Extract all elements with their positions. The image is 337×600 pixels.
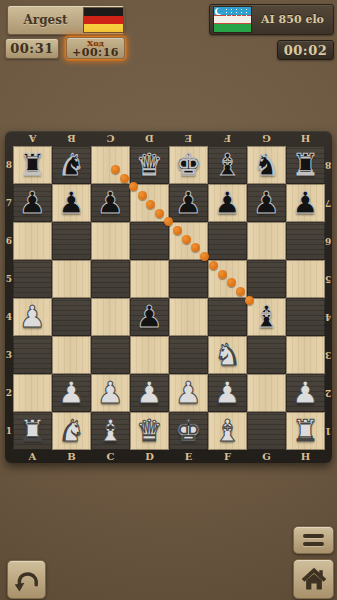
- chess-app-screen: Argest AI 850 elo 00:31 Ход +00:16 00:02…: [0, 0, 337, 600]
- square-d2[interactable]: ♟: [130, 374, 169, 412]
- black-pawn: ♟: [97, 188, 124, 218]
- black-bishop: ♝: [214, 150, 241, 180]
- square-b1[interactable]: ♞: [52, 412, 91, 450]
- square-g3[interactable]: [247, 336, 286, 374]
- square-c7[interactable]: ♟: [91, 184, 130, 222]
- square-e8[interactable]: ♚: [169, 146, 208, 184]
- black-king: ♚: [175, 150, 202, 180]
- uzbekistan-flag-icon: [213, 6, 252, 33]
- square-f8[interactable]: ♝: [208, 146, 247, 184]
- menu-button[interactable]: [293, 526, 334, 554]
- trail-dot: [111, 165, 120, 174]
- rank-labels-left: 87654321: [5, 146, 13, 450]
- square-c1[interactable]: ♝: [91, 412, 130, 450]
- white-king: ♚: [175, 416, 202, 446]
- square-e1[interactable]: ♚: [169, 412, 208, 450]
- square-a5[interactable]: [13, 260, 52, 298]
- square-e5[interactable]: [169, 260, 208, 298]
- square-h8[interactable]: ♜: [286, 146, 325, 184]
- square-b7[interactable]: ♟: [52, 184, 91, 222]
- square-b8[interactable]: ♞: [52, 146, 91, 184]
- black-pawn: ♟: [136, 302, 163, 332]
- black-knight: ♞: [58, 150, 85, 180]
- square-h7[interactable]: ♟: [286, 184, 325, 222]
- black-pawn: ♟: [19, 188, 46, 218]
- square-f1[interactable]: ♝: [208, 412, 247, 450]
- square-e2[interactable]: ♟: [169, 374, 208, 412]
- square-d3[interactable]: [130, 336, 169, 374]
- trail-dot: [218, 270, 227, 279]
- square-h5[interactable]: [286, 260, 325, 298]
- file-labels-top: ABCDEFGH: [13, 131, 325, 146]
- black-rook: ♜: [19, 150, 46, 180]
- white-bishop: ♝: [97, 416, 124, 446]
- black-queen: ♛: [136, 150, 163, 180]
- square-a6[interactable]: [13, 222, 52, 260]
- trail-dot: [209, 261, 218, 270]
- trail-dot: [236, 287, 245, 296]
- move-badge-value: +00:16: [72, 47, 119, 58]
- black-pawn: ♟: [253, 188, 280, 218]
- file-labels-bottom: ABCDEFGH: [13, 450, 325, 463]
- trail-dot: [120, 174, 129, 183]
- square-d8[interactable]: ♛: [130, 146, 169, 184]
- white-rook: ♜: [19, 416, 46, 446]
- black-rook: ♜: [292, 150, 319, 180]
- square-f7[interactable]: ♟: [208, 184, 247, 222]
- black-pawn: ♟: [214, 188, 241, 218]
- white-pawn: ♟: [292, 378, 319, 408]
- black-bishop: ♝: [253, 302, 280, 332]
- player-card-black: AI 850 elo: [209, 4, 334, 35]
- square-g7[interactable]: ♟: [247, 184, 286, 222]
- square-d6[interactable]: [130, 222, 169, 260]
- move-increment-badge: Ход +00:16: [66, 37, 125, 59]
- square-g5[interactable]: [247, 260, 286, 298]
- square-d4[interactable]: ♟: [130, 298, 169, 336]
- square-c6[interactable]: [91, 222, 130, 260]
- black-player-name: AI 850 elo: [252, 13, 333, 26]
- square-c3[interactable]: [91, 336, 130, 374]
- square-d1[interactable]: ♛: [130, 412, 169, 450]
- white-pawn: ♟: [97, 378, 124, 408]
- trail-dot: [155, 209, 164, 218]
- square-h3[interactable]: [286, 336, 325, 374]
- square-g2[interactable]: [247, 374, 286, 412]
- square-h6[interactable]: [286, 222, 325, 260]
- white-pawn: ♟: [58, 378, 85, 408]
- trail-dot: [245, 296, 254, 305]
- player-card-white: Argest: [7, 5, 125, 35]
- square-g8[interactable]: ♞: [247, 146, 286, 184]
- white-rook: ♜: [292, 416, 319, 446]
- white-knight: ♞: [58, 416, 85, 446]
- trail-dot: [182, 235, 191, 244]
- black-pawn: ♟: [292, 188, 319, 218]
- square-c5[interactable]: [91, 260, 130, 298]
- crescent-icon: [215, 8, 222, 15]
- square-b5[interactable]: [52, 260, 91, 298]
- white-pawn: ♟: [136, 378, 163, 408]
- black-clock: 00:02: [277, 40, 334, 60]
- square-b6[interactable]: [52, 222, 91, 260]
- square-h4[interactable]: [286, 298, 325, 336]
- square-h1[interactable]: ♜: [286, 412, 325, 450]
- square-f4[interactable]: [208, 298, 247, 336]
- white-pawn: ♟: [214, 378, 241, 408]
- home-button[interactable]: [293, 559, 334, 599]
- square-c4[interactable]: [91, 298, 130, 336]
- square-f2[interactable]: ♟: [208, 374, 247, 412]
- square-g6[interactable]: [247, 222, 286, 260]
- square-d5[interactable]: [130, 260, 169, 298]
- chess-board: ABCDEFGH ABCDEFGH 87654321 87654321 ♜♞♛♚…: [5, 131, 332, 463]
- square-a1[interactable]: ♜: [13, 412, 52, 450]
- menu-icon: [303, 534, 324, 538]
- home-icon: [300, 565, 328, 593]
- square-a3[interactable]: [13, 336, 52, 374]
- white-player-name: Argest: [8, 13, 83, 27]
- white-pawn: ♟: [175, 378, 202, 408]
- square-e4[interactable]: [169, 298, 208, 336]
- square-g4[interactable]: ♝: [247, 298, 286, 336]
- square-e3[interactable]: [169, 336, 208, 374]
- white-knight: ♞: [214, 340, 241, 370]
- undo-icon: [13, 566, 41, 594]
- trail-dot: [138, 191, 147, 200]
- black-knight: ♞: [253, 150, 280, 180]
- black-pawn: ♟: [58, 188, 85, 218]
- square-a4[interactable]: ♟: [13, 298, 52, 336]
- white-queen: ♛: [136, 416, 163, 446]
- germany-flag-icon: [83, 7, 124, 33]
- stars-icon: [224, 8, 250, 16]
- white-bishop: ♝: [214, 416, 241, 446]
- square-f6[interactable]: [208, 222, 247, 260]
- square-a8[interactable]: ♜: [13, 146, 52, 184]
- square-a2[interactable]: [13, 374, 52, 412]
- square-b4[interactable]: [52, 298, 91, 336]
- square-a7[interactable]: ♟: [13, 184, 52, 222]
- square-h2[interactable]: ♟: [286, 374, 325, 412]
- white-pawn: ♟: [19, 302, 46, 332]
- black-pawn: ♟: [175, 188, 202, 218]
- rank-labels-right: 87654321: [324, 146, 332, 450]
- square-f3[interactable]: ♞: [208, 336, 247, 374]
- board-grid: ♜♞♛♚♝♞♜♟♟♟♟♟♟♟♟♟♝♞♟♟♟♟♟♟♜♞♝♛♚♝♜: [13, 146, 325, 450]
- square-b2[interactable]: ♟: [52, 374, 91, 412]
- square-b3[interactable]: [52, 336, 91, 374]
- undo-button[interactable]: [7, 560, 46, 599]
- square-e7[interactable]: ♟: [169, 184, 208, 222]
- square-c2[interactable]: ♟: [91, 374, 130, 412]
- white-clock: 00:31: [5, 38, 59, 59]
- square-g1[interactable]: [247, 412, 286, 450]
